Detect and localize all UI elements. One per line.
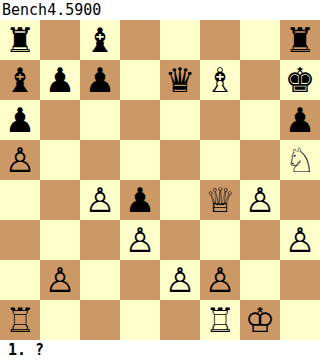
square-a2[interactable] xyxy=(0,260,40,300)
square-e5[interactable] xyxy=(160,140,200,180)
square-f7[interactable]: ♗ xyxy=(200,60,240,100)
square-a3[interactable] xyxy=(0,220,40,260)
square-e8[interactable] xyxy=(160,20,200,60)
black-pawn-icon: ♟ xyxy=(5,100,35,140)
square-c1[interactable] xyxy=(80,300,120,340)
square-e4[interactable] xyxy=(160,180,200,220)
square-g6[interactable] xyxy=(240,100,280,140)
square-a7[interactable]: ♝ xyxy=(0,60,40,100)
square-h1[interactable] xyxy=(280,300,320,340)
square-c6[interactable] xyxy=(80,100,120,140)
square-a5[interactable]: ♙ xyxy=(0,140,40,180)
square-d3[interactable]: ♙ xyxy=(120,220,160,260)
square-b6[interactable] xyxy=(40,100,80,140)
square-f4[interactable]: ♕ xyxy=(200,180,240,220)
move-prompt: 1. ? xyxy=(0,340,320,360)
square-f5[interactable] xyxy=(200,140,240,180)
square-e2[interactable]: ♙ xyxy=(160,260,200,300)
black-bishop-icon: ♝ xyxy=(85,20,115,60)
square-h6[interactable]: ♟ xyxy=(280,100,320,140)
square-a4[interactable] xyxy=(0,180,40,220)
white-rook-icon: ♖ xyxy=(5,300,35,340)
white-pawn-icon: ♙ xyxy=(5,140,35,180)
square-a8[interactable]: ♜ xyxy=(0,20,40,60)
square-g5[interactable] xyxy=(240,140,280,180)
white-knight-icon: ♘ xyxy=(285,140,315,180)
square-h7[interactable]: ♚ xyxy=(280,60,320,100)
black-rook-icon: ♜ xyxy=(5,20,35,60)
white-pawn-icon: ♙ xyxy=(165,260,195,300)
square-h5[interactable]: ♘ xyxy=(280,140,320,180)
square-a6[interactable]: ♟ xyxy=(0,100,40,140)
black-queen-icon: ♛ xyxy=(165,60,195,100)
square-c8[interactable]: ♝ xyxy=(80,20,120,60)
square-d4[interactable]: ♟ xyxy=(120,180,160,220)
square-b8[interactable] xyxy=(40,20,80,60)
position-title: Bench4.5900 xyxy=(0,0,320,20)
square-b3[interactable] xyxy=(40,220,80,260)
white-pawn-icon: ♙ xyxy=(205,260,235,300)
black-pawn-icon: ♟ xyxy=(125,180,155,220)
square-e7[interactable]: ♛ xyxy=(160,60,200,100)
square-g2[interactable] xyxy=(240,260,280,300)
square-e1[interactable] xyxy=(160,300,200,340)
square-f6[interactable] xyxy=(200,100,240,140)
black-pawn-icon: ♟ xyxy=(45,60,75,100)
white-king-icon: ♔ xyxy=(245,300,275,340)
square-d6[interactable] xyxy=(120,100,160,140)
white-pawn-icon: ♙ xyxy=(245,180,275,220)
square-b1[interactable] xyxy=(40,300,80,340)
square-e6[interactable] xyxy=(160,100,200,140)
square-c5[interactable] xyxy=(80,140,120,180)
square-b7[interactable]: ♟ xyxy=(40,60,80,100)
square-b2[interactable]: ♙ xyxy=(40,260,80,300)
white-pawn-icon: ♙ xyxy=(85,180,115,220)
square-d2[interactable] xyxy=(120,260,160,300)
square-h2[interactable] xyxy=(280,260,320,300)
square-e3[interactable] xyxy=(160,220,200,260)
white-rook-icon: ♖ xyxy=(205,300,235,340)
square-b4[interactable] xyxy=(40,180,80,220)
square-d8[interactable] xyxy=(120,20,160,60)
white-pawn-icon: ♙ xyxy=(125,220,155,260)
square-d5[interactable] xyxy=(120,140,160,180)
black-rook-icon: ♜ xyxy=(285,20,315,60)
square-b5[interactable] xyxy=(40,140,80,180)
white-pawn-icon: ♙ xyxy=(45,260,75,300)
square-d7[interactable] xyxy=(120,60,160,100)
chess-board: ♜♝♜♝♟♟♛♗♚♟♟♙♘♙♟♕♙♙♙♙♙♙♖♖♔ xyxy=(0,20,320,340)
square-g3[interactable] xyxy=(240,220,280,260)
square-g7[interactable] xyxy=(240,60,280,100)
square-c7[interactable]: ♟ xyxy=(80,60,120,100)
square-c4[interactable]: ♙ xyxy=(80,180,120,220)
black-king-icon: ♚ xyxy=(285,60,315,100)
square-h8[interactable]: ♜ xyxy=(280,20,320,60)
square-c2[interactable] xyxy=(80,260,120,300)
square-f1[interactable]: ♖ xyxy=(200,300,240,340)
square-g8[interactable] xyxy=(240,20,280,60)
white-pawn-icon: ♙ xyxy=(285,220,315,260)
square-f8[interactable] xyxy=(200,20,240,60)
black-pawn-icon: ♟ xyxy=(285,100,315,140)
black-pawn-icon: ♟ xyxy=(85,60,115,100)
square-c3[interactable] xyxy=(80,220,120,260)
square-a1[interactable]: ♖ xyxy=(0,300,40,340)
black-bishop-icon: ♝ xyxy=(5,60,35,100)
square-f2[interactable]: ♙ xyxy=(200,260,240,300)
square-d1[interactable] xyxy=(120,300,160,340)
square-g1[interactable]: ♔ xyxy=(240,300,280,340)
square-g4[interactable]: ♙ xyxy=(240,180,280,220)
square-h4[interactable] xyxy=(280,180,320,220)
white-bishop-icon: ♗ xyxy=(205,60,235,100)
square-h3[interactable]: ♙ xyxy=(280,220,320,260)
square-f3[interactable] xyxy=(200,220,240,260)
white-queen-icon: ♕ xyxy=(205,180,235,220)
